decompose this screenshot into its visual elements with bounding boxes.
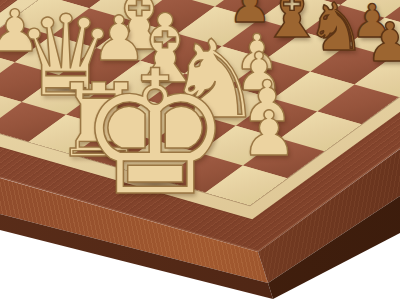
pieces-layer: ♟♛♟♝♝♜♚♞♟♟♟♟♟♝♞♟♟ — [0, 0, 400, 300]
white-pawn-6: ♟ — [238, 103, 300, 165]
black-pawn-3: ♟ — [363, 16, 400, 70]
white-king: ♚ — [69, 48, 241, 220]
black-knight: ♞ — [303, 0, 369, 61]
chessboard-photo: ♟♛♟♝♝♜♚♞♟♟♟♟♟♝♞♟♟ — [0, 0, 400, 300]
